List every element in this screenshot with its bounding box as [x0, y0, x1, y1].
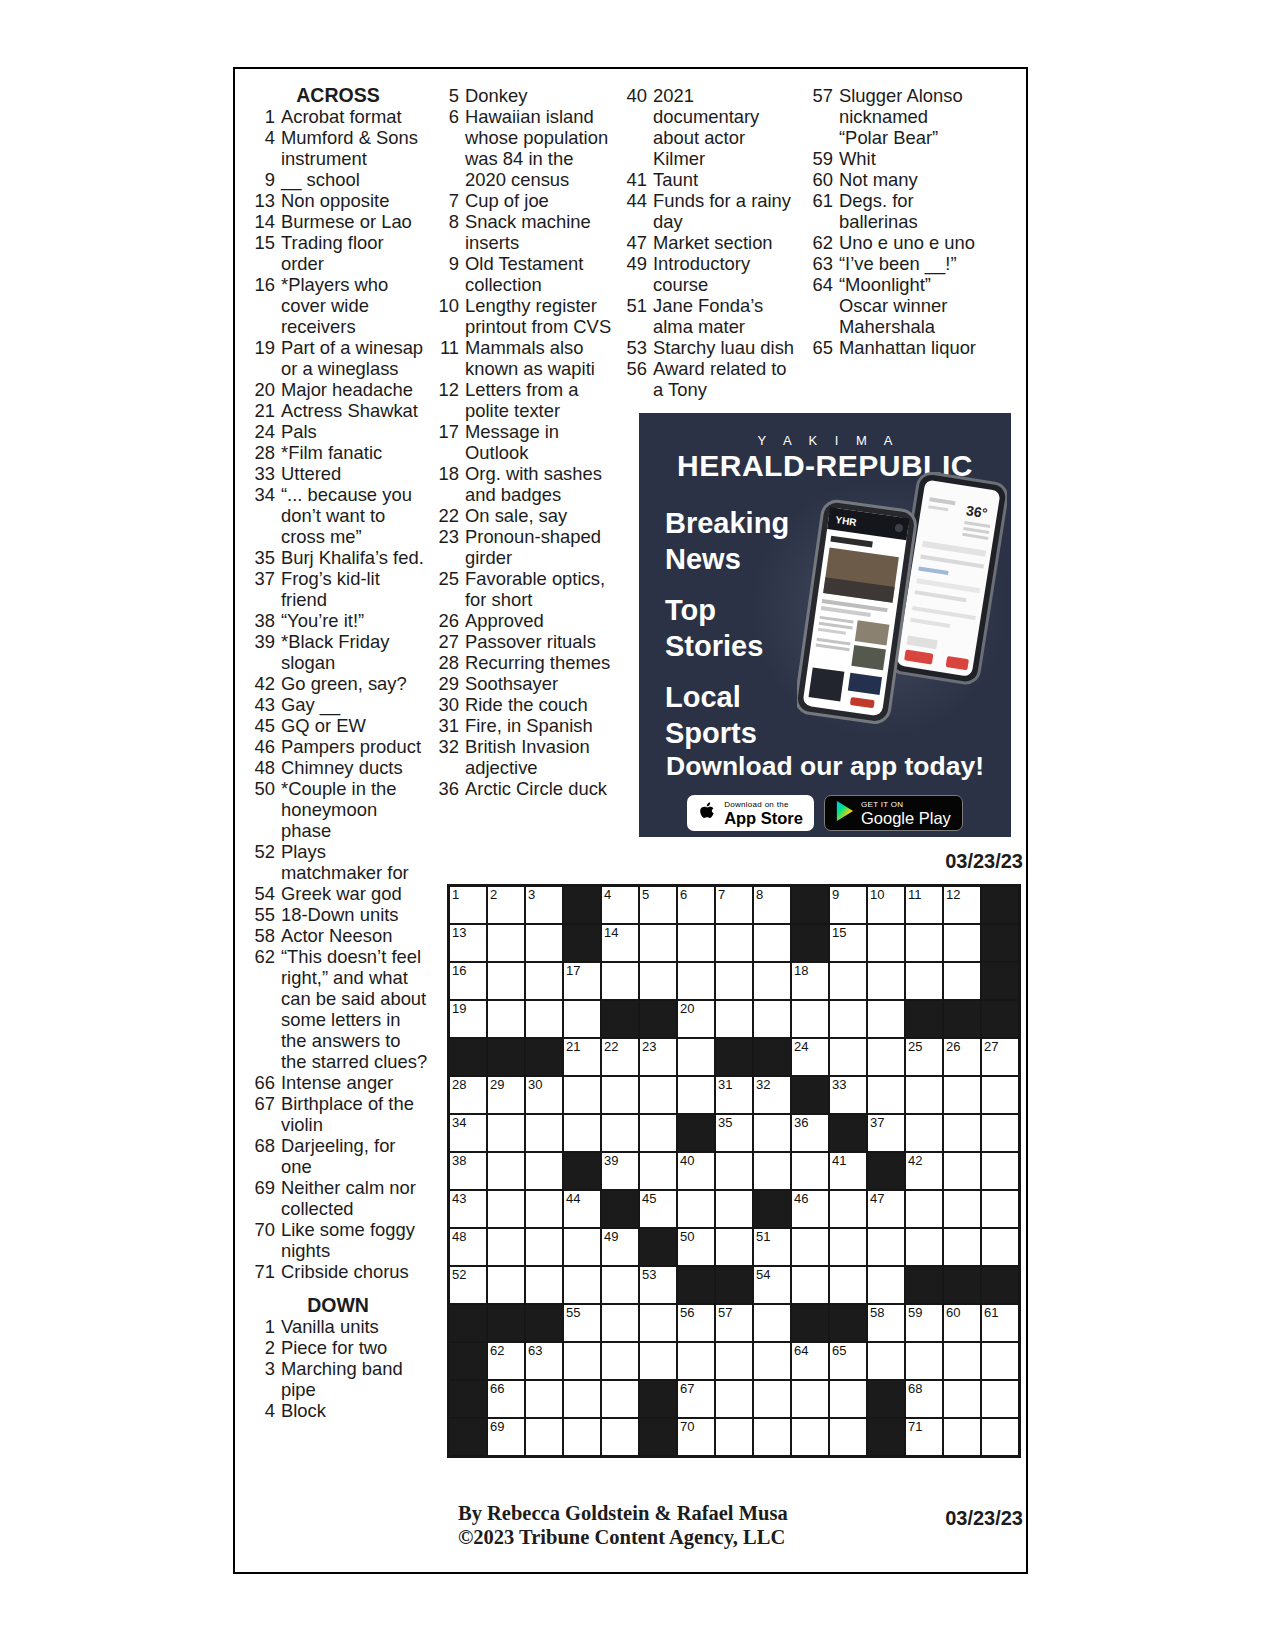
cell-r6c7[interactable]	[678, 1077, 714, 1113]
clue-text: Market section	[653, 232, 801, 253]
cell-r2c2[interactable]	[488, 925, 524, 961]
cell-r10c9[interactable]: 51	[754, 1229, 790, 1265]
cell-r6c5[interactable]	[602, 1077, 638, 1113]
clue-number: 68	[247, 1135, 275, 1156]
cell-r12c7[interactable]: 56	[678, 1305, 714, 1341]
ad-brand-city: Y A K I M A	[639, 433, 1011, 448]
clue-text: Taunt	[653, 169, 801, 190]
cell-r7c6[interactable]	[640, 1115, 676, 1151]
cell-r10c8[interactable]	[716, 1229, 752, 1265]
google-play-badge[interactable]: GET IT ON Google Play	[824, 795, 963, 831]
clue-text: Jane Fonda’s alma mater	[653, 295, 801, 337]
cell-r9c7[interactable]	[678, 1191, 714, 1227]
cell-r10c15[interactable]	[982, 1229, 1018, 1265]
cell-r14c11[interactable]	[830, 1381, 866, 1417]
clue-text: Pals	[281, 421, 429, 442]
cell-r10c7[interactable]: 50	[678, 1229, 714, 1265]
clue-number: 63	[805, 253, 833, 274]
cell-r9c1[interactable]: 43	[450, 1191, 486, 1227]
cell-r14c10[interactable]	[792, 1381, 828, 1417]
down-clue-list-1: 1Vanilla units2Piece for two3Marching ba…	[247, 1316, 429, 1421]
cell-number: 27	[984, 1039, 998, 1054]
cell-r6c9[interactable]: 32	[754, 1077, 790, 1113]
cell-r9c15[interactable]	[982, 1191, 1018, 1227]
across-clue-list: 1Acrobat format4Mumford & Sons instrumen…	[247, 106, 429, 1282]
cell-r6c6[interactable]	[640, 1077, 676, 1113]
cell-r4c10[interactable]	[792, 1001, 828, 1037]
cell-r3c5[interactable]	[602, 963, 638, 999]
cell-number: 32	[756, 1077, 770, 1092]
clue-number: 1	[247, 1316, 275, 1337]
cell-r10c4[interactable]	[564, 1229, 600, 1265]
cell-r1c8[interactable]: 7	[716, 887, 752, 923]
cell-number: 23	[642, 1039, 656, 1054]
cell-r2c8[interactable]	[716, 925, 752, 961]
clue-text: Message in Outlook	[465, 421, 617, 463]
cell-r15c4[interactable]	[564, 1419, 600, 1455]
cell-r2c5[interactable]: 14	[602, 925, 638, 961]
cell-number: 53	[642, 1267, 656, 1282]
cell-r3c3[interactable]	[526, 963, 562, 999]
cell-r14c4[interactable]	[564, 1381, 600, 1417]
cell-r11c4[interactable]	[564, 1267, 600, 1303]
cell-r1c7[interactable]: 6	[678, 887, 714, 923]
clue-number: 69	[247, 1177, 275, 1198]
cell-number: 48	[452, 1229, 466, 1244]
cell-r1c1[interactable]: 1	[450, 887, 486, 923]
cell-r4c7[interactable]: 20	[678, 1001, 714, 1037]
clue-text: Funds for a rainy day	[653, 190, 801, 232]
app-store-badge[interactable]: Download on the App Store	[687, 795, 814, 831]
cell-r1c9[interactable]: 8	[754, 887, 790, 923]
cell-r3c4[interactable]: 17	[564, 963, 600, 999]
cell-r8c6[interactable]	[640, 1153, 676, 1189]
cell-r15c10[interactable]	[792, 1419, 828, 1455]
cell-r2c13[interactable]	[906, 925, 942, 961]
cell-number: 61	[984, 1305, 998, 1320]
clue-text: Block	[281, 1400, 429, 1421]
black-cell-r1c15	[982, 887, 1018, 923]
cell-r1c5[interactable]: 4	[602, 887, 638, 923]
clue-number: 28	[431, 652, 459, 673]
cell-r9c3[interactable]	[526, 1191, 562, 1227]
clue-across-68: 68Darjeeling, for one	[247, 1135, 429, 1177]
cell-r5c11[interactable]	[830, 1039, 866, 1075]
cell-r14c9[interactable]	[754, 1381, 790, 1417]
cell-r6c1[interactable]: 28	[450, 1077, 486, 1113]
cell-r14c13[interactable]: 68	[906, 1381, 942, 1417]
cell-r8c15[interactable]	[982, 1153, 1018, 1189]
cell-r10c13[interactable]	[906, 1229, 942, 1265]
clue-down-23: 23Pronoun-shaped girder	[431, 526, 617, 568]
black-cell-r11c14	[944, 1267, 980, 1303]
cell-r14c7[interactable]: 67	[678, 1381, 714, 1417]
cell-r4c11[interactable]	[830, 1001, 866, 1037]
cell-r11c11[interactable]	[830, 1267, 866, 1303]
clue-down-18: 18Org. with sashes and badges	[431, 463, 617, 505]
cell-r10c5[interactable]: 49	[602, 1229, 638, 1265]
cell-r9c2[interactable]	[488, 1191, 524, 1227]
clue-across-52: 52Plays matchmaker for	[247, 841, 429, 883]
cell-r1c6[interactable]: 5	[640, 887, 676, 923]
cell-r12c12[interactable]: 58	[868, 1305, 904, 1341]
cell-r7c9[interactable]	[754, 1115, 790, 1151]
cell-r9c8[interactable]	[716, 1191, 752, 1227]
cell-r8c14[interactable]	[944, 1153, 980, 1189]
cell-r11c1[interactable]: 52	[450, 1267, 486, 1303]
cell-r6c14[interactable]	[944, 1077, 980, 1113]
clue-across-54: 54Greek war god	[247, 883, 429, 904]
clue-number: 29	[431, 673, 459, 694]
cell-number: 41	[832, 1153, 846, 1168]
clue-text: __ school	[281, 169, 429, 190]
cell-r3c6[interactable]	[640, 963, 676, 999]
cell-r11c10[interactable]	[792, 1267, 828, 1303]
clue-down-30: 30Ride the couch	[431, 694, 617, 715]
clue-number: 66	[247, 1072, 275, 1093]
cell-number: 58	[870, 1305, 884, 1320]
cell-r1c13[interactable]: 11	[906, 887, 942, 923]
cell-number: 9	[832, 887, 839, 902]
clue-number: 65	[805, 337, 833, 358]
cell-number: 4	[604, 887, 611, 902]
down-header: DOWN	[247, 1295, 429, 1316]
cell-r6c12[interactable]	[868, 1077, 904, 1113]
black-cell-r1c10	[792, 887, 828, 923]
cell-r13c13[interactable]	[906, 1343, 942, 1379]
across-header: ACROSS	[247, 85, 429, 106]
clue-number: 30	[431, 694, 459, 715]
cell-r14c8[interactable]	[716, 1381, 752, 1417]
cell-r8c1[interactable]: 38	[450, 1153, 486, 1189]
clue-text: Award related to a Tony	[653, 358, 801, 400]
cell-r13c6[interactable]	[640, 1343, 676, 1379]
phone-temperature: 36°	[965, 502, 988, 521]
cell-r2c1[interactable]: 13	[450, 925, 486, 961]
black-cell-r2c15	[982, 925, 1018, 961]
black-cell-r4c6	[640, 1001, 676, 1037]
cell-r11c6[interactable]: 53	[640, 1267, 676, 1303]
cell-r3c2[interactable]	[488, 963, 524, 999]
cell-number: 40	[680, 1153, 694, 1168]
cell-r5c13[interactable]: 25	[906, 1039, 942, 1075]
clue-down-57: 57Slugger Alonso nicknamed “Polar Bear”	[805, 85, 977, 148]
clue-across-48: 48Chimney ducts	[247, 757, 429, 778]
clue-across-20: 20Major headache	[247, 379, 429, 400]
cell-r3c1[interactable]: 16	[450, 963, 486, 999]
clue-number: 18	[431, 463, 459, 484]
cell-r6c11[interactable]: 33	[830, 1077, 866, 1113]
cell-r11c9[interactable]: 54	[754, 1267, 790, 1303]
cell-number: 46	[794, 1191, 808, 1206]
cell-r7c1[interactable]: 34	[450, 1115, 486, 1151]
clue-across-15: 15Trading floor order	[247, 232, 429, 274]
cell-r12c9[interactable]	[754, 1305, 790, 1341]
clue-down-1: 1Vanilla units	[247, 1316, 429, 1337]
clue-number: 42	[247, 673, 275, 694]
cell-number: 63	[528, 1343, 542, 1358]
cell-r9c11[interactable]	[830, 1191, 866, 1227]
cell-r6c15[interactable]	[982, 1077, 1018, 1113]
cell-r14c15[interactable]	[982, 1381, 1018, 1417]
cell-r8c5[interactable]: 39	[602, 1153, 638, 1189]
cell-r2c6[interactable]	[640, 925, 676, 961]
cell-number: 52	[452, 1267, 466, 1282]
cell-r12c13[interactable]: 59	[906, 1305, 942, 1341]
cell-r1c3[interactable]: 3	[526, 887, 562, 923]
clue-across-66: 66Intense anger	[247, 1072, 429, 1093]
clue-down-41: 41Taunt	[619, 169, 801, 190]
cell-r3c14[interactable]	[944, 963, 980, 999]
cell-r13c11[interactable]: 65	[830, 1343, 866, 1379]
cell-r15c8[interactable]	[716, 1419, 752, 1455]
cell-r9c13[interactable]	[906, 1191, 942, 1227]
cell-number: 69	[490, 1419, 504, 1434]
cell-r13c5[interactable]	[602, 1343, 638, 1379]
clue-number: 61	[805, 190, 833, 211]
cell-number: 13	[452, 925, 466, 940]
cell-r11c3[interactable]	[526, 1267, 562, 1303]
cell-r3c11[interactable]	[830, 963, 866, 999]
cell-r9c6[interactable]: 45	[640, 1191, 676, 1227]
black-cell-r5c3	[526, 1039, 562, 1075]
clue-number: 62	[805, 232, 833, 253]
clue-text: Acrobat format	[281, 106, 429, 127]
cell-number: 35	[718, 1115, 732, 1130]
cell-r13c2[interactable]: 62	[488, 1343, 524, 1379]
cell-r3c10[interactable]: 18	[792, 963, 828, 999]
cell-r7c13[interactable]	[906, 1115, 942, 1151]
cell-r14c3[interactable]	[526, 1381, 562, 1417]
cell-r15c15[interactable]	[982, 1419, 1018, 1455]
cell-number: 57	[718, 1305, 732, 1320]
clue-text: Piece for two	[281, 1337, 429, 1358]
cell-r2c11[interactable]: 15	[830, 925, 866, 961]
cell-r15c11[interactable]	[830, 1419, 866, 1455]
clue-text: Uno e uno e uno	[839, 232, 977, 253]
clue-down-49: 49Introductory course	[619, 253, 801, 295]
cell-r2c9[interactable]	[754, 925, 790, 961]
cell-r3c12[interactable]	[868, 963, 904, 999]
cell-r8c7[interactable]: 40	[678, 1153, 714, 1189]
cell-r8c11[interactable]: 41	[830, 1153, 866, 1189]
clue-number: 62	[247, 946, 275, 967]
cell-r10c11[interactable]	[830, 1229, 866, 1265]
clue-text: Cribside chorus	[281, 1261, 429, 1282]
store-badges: Download on the App Store	[639, 795, 1011, 831]
cell-r2c3[interactable]	[526, 925, 562, 961]
cell-r6c8[interactable]: 31	[716, 1077, 752, 1113]
cell-r6c4[interactable]	[564, 1077, 600, 1113]
cell-r4c8[interactable]	[716, 1001, 752, 1037]
clue-text: Manhattan liquor	[839, 337, 977, 358]
clue-across-70: 70Like some foggy nights	[247, 1219, 429, 1261]
cell-r13c9[interactable]	[754, 1343, 790, 1379]
cell-r4c4[interactable]	[564, 1001, 600, 1037]
cell-number: 1	[452, 887, 459, 902]
cell-r5c4[interactable]: 21	[564, 1039, 600, 1075]
cell-r14c2[interactable]: 66	[488, 1381, 524, 1417]
cell-r12c8[interactable]: 57	[716, 1305, 752, 1341]
cell-r9c12[interactable]: 47	[868, 1191, 904, 1227]
cell-r12c14[interactable]: 60	[944, 1305, 980, 1341]
cell-r10c10[interactable]	[792, 1229, 828, 1265]
clue-down-6: 6Hawaiian island whose population was 84…	[431, 106, 617, 190]
cell-r10c3[interactable]	[526, 1229, 562, 1265]
cell-r11c12[interactable]	[868, 1267, 904, 1303]
cell-r14c5[interactable]	[602, 1381, 638, 1417]
cell-r5c5[interactable]: 22	[602, 1039, 638, 1075]
cell-r10c12[interactable]	[868, 1229, 904, 1265]
clue-down-51: 51Jane Fonda’s alma mater	[619, 295, 801, 337]
cell-r12c4[interactable]: 55	[564, 1305, 600, 1341]
cell-r15c14[interactable]	[944, 1419, 980, 1455]
cell-r10c14[interactable]	[944, 1229, 980, 1265]
clue-across-71: 71Cribside chorus	[247, 1261, 429, 1282]
cell-r7c3[interactable]	[526, 1115, 562, 1151]
cell-number: 22	[604, 1039, 618, 1054]
cell-r2c7[interactable]	[678, 925, 714, 961]
cell-r13c12[interactable]	[868, 1343, 904, 1379]
cell-r7c15[interactable]	[982, 1115, 1018, 1151]
clue-number: 17	[431, 421, 459, 442]
cell-r1c11[interactable]: 9	[830, 887, 866, 923]
badge-subtext: Download on the	[724, 800, 803, 810]
cell-r11c2[interactable]	[488, 1267, 524, 1303]
cell-r15c13[interactable]: 71	[906, 1419, 942, 1455]
clue-text: Gay __	[281, 694, 429, 715]
cell-r2c12[interactable]	[868, 925, 904, 961]
cell-r12c5[interactable]	[602, 1305, 638, 1341]
clue-number: 4	[247, 1400, 275, 1421]
cell-r7c5[interactable]	[602, 1115, 638, 1151]
cell-r8c3[interactable]	[526, 1153, 562, 1189]
cell-r14c14[interactable]	[944, 1381, 980, 1417]
cell-r9c10[interactable]: 46	[792, 1191, 828, 1227]
cell-r3c9[interactable]	[754, 963, 790, 999]
cell-r10c2[interactable]	[488, 1229, 524, 1265]
cell-r3c13[interactable]	[906, 963, 942, 999]
clue-text: Part of a winesap or a wineglass	[281, 337, 429, 379]
cell-r13c3[interactable]: 63	[526, 1343, 562, 1379]
clue-number: 21	[247, 400, 275, 421]
cell-r9c4[interactable]: 44	[564, 1191, 600, 1227]
cell-r13c10[interactable]: 64	[792, 1343, 828, 1379]
cell-r5c12[interactable]	[868, 1039, 904, 1075]
cell-r13c7[interactable]	[678, 1343, 714, 1379]
cell-r13c4[interactable]	[564, 1343, 600, 1379]
cell-r4c1[interactable]: 19	[450, 1001, 486, 1037]
clue-across-45: 45GQ or EW	[247, 715, 429, 736]
cell-number: 8	[756, 887, 763, 902]
cell-r5c7[interactable]	[678, 1039, 714, 1075]
cell-r15c5[interactable]	[602, 1419, 638, 1455]
cell-number: 17	[566, 963, 580, 978]
cell-r8c9[interactable]	[754, 1153, 790, 1189]
black-cell-r12c10	[792, 1305, 828, 1341]
cell-r7c4[interactable]	[564, 1115, 600, 1151]
cell-r13c14[interactable]	[944, 1343, 980, 1379]
clue-text: 18-Down units	[281, 904, 429, 925]
phone-front: YHR	[797, 499, 917, 724]
cell-r5c14[interactable]: 26	[944, 1039, 980, 1075]
cell-r3c7[interactable]	[678, 963, 714, 999]
clue-text: Non opposite	[281, 190, 429, 211]
cell-r5c6[interactable]: 23	[640, 1039, 676, 1075]
clue-text: Pronoun-shaped girder	[465, 526, 617, 568]
cell-r15c9[interactable]	[754, 1419, 790, 1455]
cell-r10c1[interactable]: 48	[450, 1229, 486, 1265]
cell-r6c3[interactable]: 30	[526, 1077, 562, 1113]
cell-r13c8[interactable]	[716, 1343, 752, 1379]
cell-r12c6[interactable]	[640, 1305, 676, 1341]
black-cell-r5c2	[488, 1039, 524, 1075]
cell-r8c10[interactable]	[792, 1153, 828, 1189]
cell-r15c7[interactable]: 70	[678, 1419, 714, 1455]
cell-number: 15	[832, 925, 846, 940]
cell-number: 59	[908, 1305, 922, 1320]
cell-r7c10[interactable]: 36	[792, 1115, 828, 1151]
cell-r7c2[interactable]	[488, 1115, 524, 1151]
cell-r8c2[interactable]	[488, 1153, 524, 1189]
black-cell-r12c3	[526, 1305, 562, 1341]
cell-r7c14[interactable]	[944, 1115, 980, 1151]
cell-r12c15[interactable]: 61	[982, 1305, 1018, 1341]
cell-r9c14[interactable]	[944, 1191, 980, 1227]
cell-r4c9[interactable]	[754, 1001, 790, 1037]
cell-r5c15[interactable]: 27	[982, 1039, 1018, 1075]
cell-r4c12[interactable]	[868, 1001, 904, 1037]
clue-across-34: 34“... because you don’t want to cross m…	[247, 484, 429, 547]
clue-text: “This doesn’t feel right,” and what can …	[281, 946, 429, 1072]
app-promo-ad: Y A K I M A HERALD-REPUBLIC Breaking New…	[639, 413, 1011, 837]
cell-r15c2[interactable]: 69	[488, 1419, 524, 1455]
cell-r5c10[interactable]: 24	[792, 1039, 828, 1075]
cell-r4c2[interactable]	[488, 1001, 524, 1037]
clue-down-5: 5Donkey	[431, 85, 617, 106]
cell-r3c8[interactable]	[716, 963, 752, 999]
clue-number: 35	[247, 547, 275, 568]
cell-r8c13[interactable]: 42	[906, 1153, 942, 1189]
cell-r2c14[interactable]	[944, 925, 980, 961]
cell-r7c12[interactable]: 37	[868, 1115, 904, 1151]
cell-r6c2[interactable]: 29	[488, 1077, 524, 1113]
clue-down-11: 11Mammals also known as wapiti	[431, 337, 617, 379]
cell-r15c3[interactable]	[526, 1419, 562, 1455]
cell-r1c14[interactable]: 12	[944, 887, 980, 923]
clue-number: 15	[247, 232, 275, 253]
cell-r11c5[interactable]	[602, 1267, 638, 1303]
cell-r6c13[interactable]	[906, 1077, 942, 1113]
clue-column-4: 57Slugger Alonso nicknamed “Polar Bear”5…	[805, 85, 977, 358]
cell-r7c8[interactable]: 35	[716, 1115, 752, 1151]
cell-r1c2[interactable]: 2	[488, 887, 524, 923]
clue-number: 39	[247, 631, 275, 652]
clue-number: 2	[247, 1337, 275, 1358]
clue-across-21: 21Actress Shawkat	[247, 400, 429, 421]
clue-across-19: 19Part of a winesap or a wineglass	[247, 337, 429, 379]
clue-across-69: 69Neither calm nor collected	[247, 1177, 429, 1219]
clue-down-62: 62Uno e uno e uno	[805, 232, 977, 253]
clue-text: Approved	[465, 610, 617, 631]
clue-number: 49	[619, 253, 647, 274]
black-cell-r11c7	[678, 1267, 714, 1303]
cell-r13c15[interactable]	[982, 1343, 1018, 1379]
clue-text: On sale, say	[465, 505, 617, 526]
cell-r1c12[interactable]: 10	[868, 887, 904, 923]
cell-r4c3[interactable]	[526, 1001, 562, 1037]
cell-r8c8[interactable]	[716, 1153, 752, 1189]
